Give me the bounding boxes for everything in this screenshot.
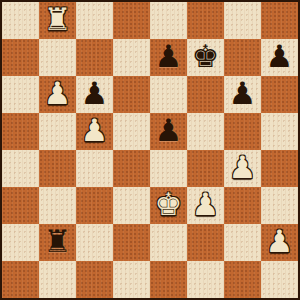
white-king[interactable]: ♚ bbox=[155, 189, 183, 220]
square-b6[interactable]: ♟ bbox=[39, 76, 76, 113]
square-b7[interactable] bbox=[39, 39, 76, 76]
square-a1[interactable] bbox=[2, 261, 39, 298]
square-c4[interactable] bbox=[76, 150, 113, 187]
square-h3[interactable] bbox=[261, 187, 298, 224]
square-c7[interactable] bbox=[76, 39, 113, 76]
square-e5[interactable]: ♟ bbox=[150, 113, 187, 150]
black-pawn[interactable]: ♟ bbox=[155, 41, 183, 72]
square-a6[interactable] bbox=[2, 76, 39, 113]
square-f1[interactable] bbox=[187, 261, 224, 298]
square-e7[interactable]: ♟ bbox=[150, 39, 187, 76]
square-b2[interactable]: ♜ bbox=[39, 224, 76, 261]
white-pawn[interactable]: ♟ bbox=[266, 226, 294, 257]
white-pawn[interactable]: ♟ bbox=[229, 152, 257, 183]
chess-board-container: ♜♟♚♟♟♟♟♟♟♟♚♟♜♟ bbox=[0, 0, 300, 300]
square-f8[interactable] bbox=[187, 2, 224, 39]
white-pawn[interactable]: ♟ bbox=[81, 115, 109, 146]
square-e6[interactable] bbox=[150, 76, 187, 113]
square-h1[interactable] bbox=[261, 261, 298, 298]
white-rook[interactable]: ♜ bbox=[44, 4, 72, 35]
square-c2[interactable] bbox=[76, 224, 113, 261]
square-e3[interactable]: ♚ bbox=[150, 187, 187, 224]
square-h7[interactable]: ♟ bbox=[261, 39, 298, 76]
square-a4[interactable] bbox=[2, 150, 39, 187]
black-pawn[interactable]: ♟ bbox=[229, 78, 257, 109]
square-f3[interactable]: ♟ bbox=[187, 187, 224, 224]
square-f2[interactable] bbox=[187, 224, 224, 261]
square-a3[interactable] bbox=[2, 187, 39, 224]
square-h4[interactable] bbox=[261, 150, 298, 187]
square-b4[interactable] bbox=[39, 150, 76, 187]
square-d3[interactable] bbox=[113, 187, 150, 224]
square-e1[interactable] bbox=[150, 261, 187, 298]
square-a7[interactable] bbox=[2, 39, 39, 76]
square-d8[interactable] bbox=[113, 2, 150, 39]
black-king[interactable]: ♚ bbox=[192, 41, 220, 72]
square-d5[interactable] bbox=[113, 113, 150, 150]
square-f4[interactable] bbox=[187, 150, 224, 187]
white-pawn[interactable]: ♟ bbox=[44, 78, 72, 109]
square-g8[interactable] bbox=[224, 2, 261, 39]
square-c1[interactable] bbox=[76, 261, 113, 298]
square-c3[interactable] bbox=[76, 187, 113, 224]
square-g3[interactable] bbox=[224, 187, 261, 224]
square-c6[interactable]: ♟ bbox=[76, 76, 113, 113]
square-e8[interactable] bbox=[150, 2, 187, 39]
square-b5[interactable] bbox=[39, 113, 76, 150]
square-h2[interactable]: ♟ bbox=[261, 224, 298, 261]
square-h5[interactable] bbox=[261, 113, 298, 150]
square-f5[interactable] bbox=[187, 113, 224, 150]
square-h8[interactable] bbox=[261, 2, 298, 39]
square-b8[interactable]: ♜ bbox=[39, 2, 76, 39]
square-a5[interactable] bbox=[2, 113, 39, 150]
black-rook[interactable]: ♜ bbox=[44, 226, 72, 257]
square-f6[interactable] bbox=[187, 76, 224, 113]
square-d6[interactable] bbox=[113, 76, 150, 113]
square-g1[interactable] bbox=[224, 261, 261, 298]
square-d2[interactable] bbox=[113, 224, 150, 261]
square-d7[interactable] bbox=[113, 39, 150, 76]
square-d1[interactable] bbox=[113, 261, 150, 298]
square-f7[interactable]: ♚ bbox=[187, 39, 224, 76]
square-h6[interactable] bbox=[261, 76, 298, 113]
white-pawn[interactable]: ♟ bbox=[192, 189, 220, 220]
black-pawn[interactable]: ♟ bbox=[266, 41, 294, 72]
black-pawn[interactable]: ♟ bbox=[81, 78, 109, 109]
square-g2[interactable] bbox=[224, 224, 261, 261]
square-g7[interactable] bbox=[224, 39, 261, 76]
square-c8[interactable] bbox=[76, 2, 113, 39]
square-g5[interactable] bbox=[224, 113, 261, 150]
chess-board: ♜♟♚♟♟♟♟♟♟♟♚♟♜♟ bbox=[0, 0, 300, 300]
square-g4[interactable]: ♟ bbox=[224, 150, 261, 187]
square-b1[interactable] bbox=[39, 261, 76, 298]
square-a8[interactable] bbox=[2, 2, 39, 39]
square-e2[interactable] bbox=[150, 224, 187, 261]
square-g6[interactable]: ♟ bbox=[224, 76, 261, 113]
square-b3[interactable] bbox=[39, 187, 76, 224]
black-pawn[interactable]: ♟ bbox=[155, 115, 183, 146]
square-e4[interactable] bbox=[150, 150, 187, 187]
square-c5[interactable]: ♟ bbox=[76, 113, 113, 150]
square-d4[interactable] bbox=[113, 150, 150, 187]
square-a2[interactable] bbox=[2, 224, 39, 261]
